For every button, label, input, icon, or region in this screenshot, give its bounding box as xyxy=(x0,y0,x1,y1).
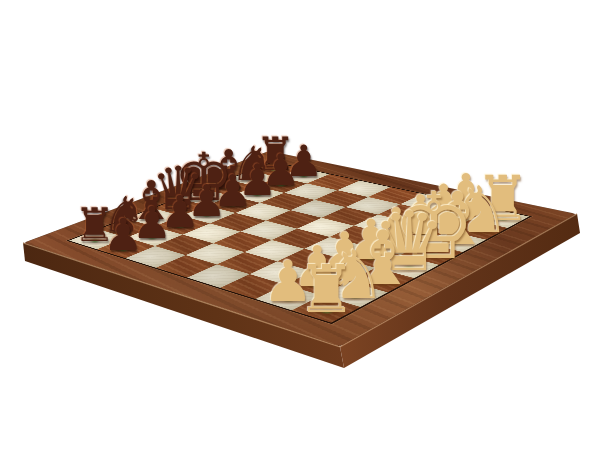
product-photo: ♜♞♝♛♚♝♞♜♟♟♟♟♟♟♟♟♟♟♟♟♟♟♟♟♜♞♝♛♚♝♞♜ xyxy=(0,0,600,450)
playing-area xyxy=(67,162,531,324)
chess-board xyxy=(23,151,577,347)
